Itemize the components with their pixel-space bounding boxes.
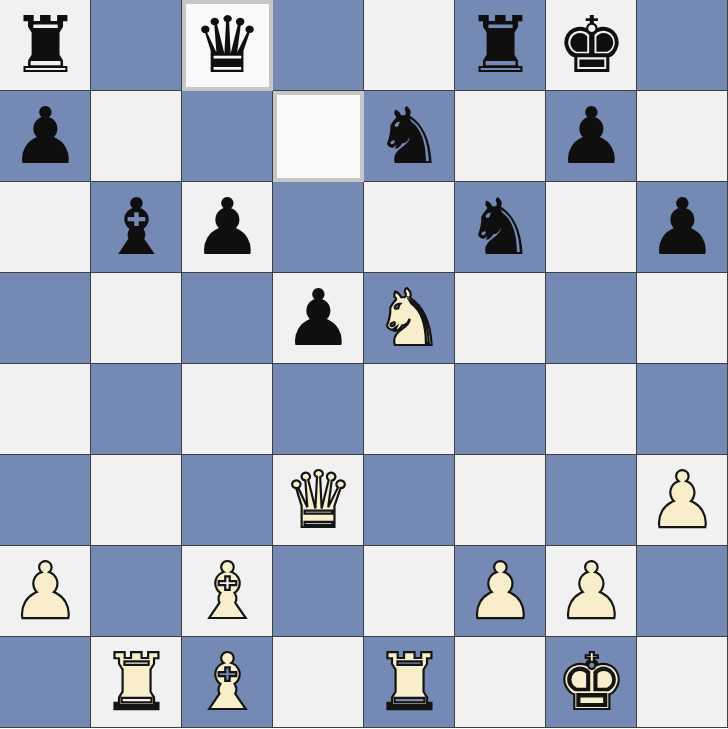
square-g2[interactable]: ♟: [546, 546, 637, 637]
square-g6[interactable]: [546, 182, 637, 273]
square-b1[interactable]: ♜: [91, 637, 182, 728]
square-a8[interactable]: ♜: [0, 0, 91, 91]
black-pawn[interactable]: ♟: [193, 182, 263, 273]
square-g3[interactable]: [546, 455, 637, 546]
square-h5[interactable]: [637, 273, 728, 364]
square-b7[interactable]: [91, 91, 182, 182]
square-c8[interactable]: ♛: [182, 0, 273, 91]
black-pawn[interactable]: ♟: [11, 91, 81, 182]
square-a6[interactable]: [0, 182, 91, 273]
square-h1[interactable]: [637, 637, 728, 728]
square-c7[interactable]: [182, 91, 273, 182]
square-a4[interactable]: [0, 364, 91, 455]
square-h8[interactable]: [637, 0, 728, 91]
square-e6[interactable]: [364, 182, 455, 273]
square-d3[interactable]: ♛: [273, 455, 364, 546]
square-b4[interactable]: [91, 364, 182, 455]
white-bishop[interactable]: ♝: [193, 637, 263, 728]
square-f7[interactable]: [455, 91, 546, 182]
square-f5[interactable]: [455, 273, 546, 364]
square-d4[interactable]: [273, 364, 364, 455]
square-e7[interactable]: ♞: [364, 91, 455, 182]
square-d8[interactable]: [273, 0, 364, 91]
square-g4[interactable]: [546, 364, 637, 455]
black-pawn[interactable]: ♟: [284, 273, 354, 364]
square-f2[interactable]: ♟: [455, 546, 546, 637]
square-a2[interactable]: ♟: [0, 546, 91, 637]
white-king[interactable]: ♚: [557, 637, 627, 728]
square-c4[interactable]: [182, 364, 273, 455]
black-knight[interactable]: ♞: [466, 182, 536, 273]
square-c3[interactable]: [182, 455, 273, 546]
black-pawn[interactable]: ♟: [557, 91, 627, 182]
white-rook[interactable]: ♜: [102, 637, 172, 728]
square-d2[interactable]: [273, 546, 364, 637]
square-d1[interactable]: [273, 637, 364, 728]
black-bishop[interactable]: ♝: [102, 182, 172, 273]
black-knight[interactable]: ♞: [375, 91, 445, 182]
square-g5[interactable]: [546, 273, 637, 364]
square-h6[interactable]: ♟: [637, 182, 728, 273]
white-pawn[interactable]: ♟: [648, 455, 718, 546]
square-b5[interactable]: [91, 273, 182, 364]
square-h4[interactable]: [637, 364, 728, 455]
square-f4[interactable]: [455, 364, 546, 455]
square-b3[interactable]: [91, 455, 182, 546]
white-rook[interactable]: ♜: [375, 637, 445, 728]
square-e5[interactable]: ♞: [364, 273, 455, 364]
square-a5[interactable]: [0, 273, 91, 364]
square-f3[interactable]: [455, 455, 546, 546]
square-e1[interactable]: ♜: [364, 637, 455, 728]
square-d6[interactable]: [273, 182, 364, 273]
square-f6[interactable]: ♞: [455, 182, 546, 273]
square-e8[interactable]: [364, 0, 455, 91]
square-d7[interactable]: [273, 91, 364, 182]
white-pawn[interactable]: ♟: [466, 546, 536, 637]
square-e3[interactable]: [364, 455, 455, 546]
square-g1[interactable]: ♚: [546, 637, 637, 728]
square-g7[interactable]: ♟: [546, 91, 637, 182]
black-queen[interactable]: ♛: [193, 0, 263, 91]
square-h3[interactable]: ♟: [637, 455, 728, 546]
white-pawn[interactable]: ♟: [11, 546, 81, 637]
square-g8[interactable]: ♚: [546, 0, 637, 91]
square-b8[interactable]: [91, 0, 182, 91]
square-h7[interactable]: [637, 91, 728, 182]
square-c1[interactable]: ♝: [182, 637, 273, 728]
square-f8[interactable]: ♜: [455, 0, 546, 91]
square-c5[interactable]: [182, 273, 273, 364]
square-f1[interactable]: [455, 637, 546, 728]
square-a3[interactable]: [0, 455, 91, 546]
white-bishop[interactable]: ♝: [193, 546, 263, 637]
square-h2[interactable]: [637, 546, 728, 637]
black-pawn[interactable]: ♟: [648, 182, 718, 273]
square-e2[interactable]: [364, 546, 455, 637]
white-queen[interactable]: ♛: [284, 455, 354, 546]
square-a1[interactable]: [0, 637, 91, 728]
black-king[interactable]: ♚: [557, 0, 627, 91]
square-b2[interactable]: [91, 546, 182, 637]
square-d5[interactable]: ♟: [273, 273, 364, 364]
black-rook[interactable]: ♜: [11, 0, 81, 91]
white-pawn[interactable]: ♟: [557, 546, 627, 637]
chess-board: ♜♛♜♚♟♞♟♝♟♞♟♟♞♛♟♟♝♟♟♜♝♜♚: [0, 0, 728, 729]
square-c6[interactable]: ♟: [182, 182, 273, 273]
square-a7[interactable]: ♟: [0, 91, 91, 182]
square-c2[interactable]: ♝: [182, 546, 273, 637]
square-e4[interactable]: [364, 364, 455, 455]
square-b6[interactable]: ♝: [91, 182, 182, 273]
white-knight[interactable]: ♞: [375, 273, 445, 364]
black-rook[interactable]: ♜: [466, 0, 536, 91]
